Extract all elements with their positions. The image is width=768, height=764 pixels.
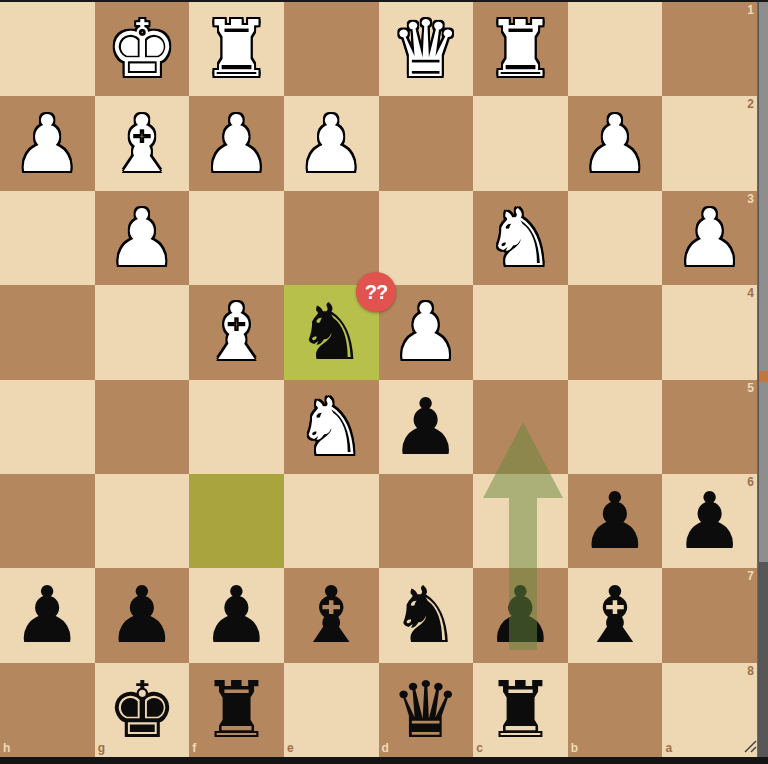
white-rook[interactable]: ♜ [202, 10, 272, 88]
square-a7[interactable]: 7 [662, 568, 757, 662]
square-d8[interactable]: ♛d [379, 663, 474, 757]
square-e3[interactable] [284, 191, 379, 285]
white-bishop[interactable]: ♝ [107, 105, 177, 183]
scrollbar-thumb[interactable] [759, 2, 768, 562]
square-b3[interactable] [568, 191, 663, 285]
square-h8[interactable]: h [0, 663, 95, 757]
white-king[interactable]: ♚ [107, 10, 177, 88]
square-c7[interactable]: ♟ [473, 568, 568, 662]
square-h4[interactable] [0, 285, 95, 379]
square-h2[interactable]: ♟ [0, 96, 95, 190]
square-a5[interactable]: 5 [662, 380, 757, 474]
white-pawn[interactable]: ♟ [296, 105, 366, 183]
black-rook[interactable]: ♜ [485, 671, 555, 749]
square-b8[interactable]: b [568, 663, 663, 757]
square-a4[interactable]: 4 [662, 285, 757, 379]
scrollbar[interactable] [757, 2, 768, 757]
chess-app-window: ♚♜♛♜1♟♝♟♟♟2♟♞♟3♝♞♟4♞♟5♟♟6♟♟♟♝♞♟♝7h♚g♜fe♛… [0, 0, 768, 764]
square-e1[interactable] [284, 2, 379, 96]
white-knight[interactable]: ♞ [485, 199, 555, 277]
square-a2[interactable]: 2 [662, 96, 757, 190]
square-a3[interactable]: ♟3 [662, 191, 757, 285]
square-e5[interactable]: ♞ [284, 380, 379, 474]
black-pawn[interactable]: ♟ [580, 482, 650, 560]
black-pawn[interactable]: ♟ [391, 388, 461, 466]
square-b7[interactable]: ♝ [568, 568, 663, 662]
square-g7[interactable]: ♟ [95, 568, 190, 662]
rank-label-7: 7 [747, 569, 754, 583]
white-knight[interactable]: ♞ [296, 388, 366, 466]
file-label-b: b [571, 741, 578, 755]
white-pawn[interactable]: ♟ [12, 105, 82, 183]
rank-label-4: 4 [747, 286, 754, 300]
scrollbar-marker [759, 371, 768, 382]
black-pawn[interactable]: ♟ [12, 576, 82, 654]
square-g6[interactable] [95, 474, 190, 568]
black-knight[interactable]: ♞ [391, 576, 461, 654]
square-c5[interactable] [473, 380, 568, 474]
square-g5[interactable] [95, 380, 190, 474]
white-rook[interactable]: ♜ [485, 10, 555, 88]
square-g4[interactable] [95, 285, 190, 379]
square-f3[interactable] [189, 191, 284, 285]
white-pawn[interactable]: ♟ [580, 105, 650, 183]
bottom-edge-bar [0, 757, 768, 764]
square-d7[interactable]: ♞ [379, 568, 474, 662]
file-label-g: g [98, 741, 105, 755]
square-c2[interactable] [473, 96, 568, 190]
square-f1[interactable]: ♜ [189, 2, 284, 96]
chess-board: ♚♜♛♜1♟♝♟♟♟2♟♞♟3♝♞♟4♞♟5♟♟6♟♟♟♝♞♟♝7h♚g♜fe♛… [0, 2, 757, 757]
square-e8[interactable]: e [284, 663, 379, 757]
square-f7[interactable]: ♟ [189, 568, 284, 662]
square-h6[interactable] [0, 474, 95, 568]
black-pawn[interactable]: ♟ [675, 482, 745, 560]
square-h1[interactable] [0, 2, 95, 96]
square-c3[interactable]: ♞ [473, 191, 568, 285]
square-a1[interactable]: 1 [662, 2, 757, 96]
rank-label-2: 2 [747, 97, 754, 111]
square-h3[interactable] [0, 191, 95, 285]
file-label-d: d [382, 741, 389, 755]
black-queen[interactable]: ♛ [391, 671, 461, 749]
square-b5[interactable] [568, 380, 663, 474]
black-pawn[interactable]: ♟ [202, 576, 272, 654]
black-pawn[interactable]: ♟ [485, 576, 555, 654]
black-bishop[interactable]: ♝ [580, 576, 650, 654]
black-bishop[interactable]: ♝ [296, 576, 366, 654]
square-c6[interactable] [473, 474, 568, 568]
square-g8[interactable]: ♚g [95, 663, 190, 757]
square-b1[interactable] [568, 2, 663, 96]
file-label-c: c [476, 741, 483, 755]
black-pawn[interactable]: ♟ [107, 576, 177, 654]
rank-label-6: 6 [747, 475, 754, 489]
file-label-a: a [665, 741, 672, 755]
square-b2[interactable]: ♟ [568, 96, 663, 190]
square-h7[interactable]: ♟ [0, 568, 95, 662]
square-f2[interactable]: ♟ [189, 96, 284, 190]
square-g1[interactable]: ♚ [95, 2, 190, 96]
square-e7[interactable]: ♝ [284, 568, 379, 662]
white-pawn[interactable]: ♟ [202, 105, 272, 183]
square-f5[interactable] [189, 380, 284, 474]
file-label-e: e [287, 741, 294, 755]
rank-label-3: 3 [747, 192, 754, 206]
square-e6[interactable] [284, 474, 379, 568]
rank-label-8: 8 [747, 664, 754, 678]
square-d5[interactable]: ♟ [379, 380, 474, 474]
file-label-h: h [3, 741, 10, 755]
square-h5[interactable] [0, 380, 95, 474]
square-d3[interactable] [379, 191, 474, 285]
white-bishop[interactable]: ♝ [202, 293, 272, 371]
square-d2[interactable] [379, 96, 474, 190]
square-c8[interactable]: ♜c [473, 663, 568, 757]
square-g3[interactable]: ♟ [95, 191, 190, 285]
rank-label-5: 5 [747, 381, 754, 395]
square-g2[interactable]: ♝ [95, 96, 190, 190]
blunder-badge: ?? [356, 272, 396, 312]
square-a6[interactable]: ♟6 [662, 474, 757, 568]
square-b6[interactable]: ♟ [568, 474, 663, 568]
square-f8[interactable]: ♜f [189, 663, 284, 757]
white-pawn[interactable]: ♟ [391, 293, 461, 371]
black-knight[interactable]: ♞ [296, 293, 366, 371]
square-b4[interactable] [568, 285, 663, 379]
file-label-f: f [192, 741, 196, 755]
square-c1[interactable]: ♜ [473, 2, 568, 96]
white-pawn[interactable]: ♟ [107, 199, 177, 277]
square-f6[interactable] [189, 474, 284, 568]
white-queen[interactable]: ♛ [391, 10, 461, 88]
square-f4[interactable]: ♝ [189, 285, 284, 379]
square-e2[interactable]: ♟ [284, 96, 379, 190]
rank-label-1: 1 [747, 3, 754, 17]
black-rook[interactable]: ♜ [202, 671, 272, 749]
resize-handle-icon[interactable] [742, 738, 758, 754]
square-c4[interactable] [473, 285, 568, 379]
square-d6[interactable] [379, 474, 474, 568]
square-d1[interactable]: ♛ [379, 2, 474, 96]
white-pawn[interactable]: ♟ [675, 199, 745, 277]
black-king[interactable]: ♚ [107, 671, 177, 749]
